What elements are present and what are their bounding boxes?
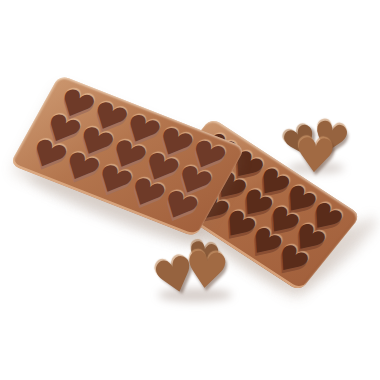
chocolate-heart: ♥ (292, 131, 337, 181)
chocolate-heart: ♥ (182, 244, 232, 298)
chocolate-hearts-top-right: ♥ ♥ ♥ (285, 118, 351, 182)
chocolate-hearts-bottom: ♥ ♥ ♥ (156, 242, 240, 306)
cavity-grid-left: ♥♥♥♥♥♥♥♥♥♥♥♥♥♥♥♥♥♥♥♥♥♥♥♥♥♥♥♥♥♥ (25, 87, 230, 226)
chocolate-mold-photo: ♥♥♥♥♥♥♥♥♥♥♥♥♥♥♥♥♥♥♥♥♥♥♥♥♥♥♥♥♥♥ ♥♥♥♥♥♥♥♥♥… (0, 0, 380, 380)
